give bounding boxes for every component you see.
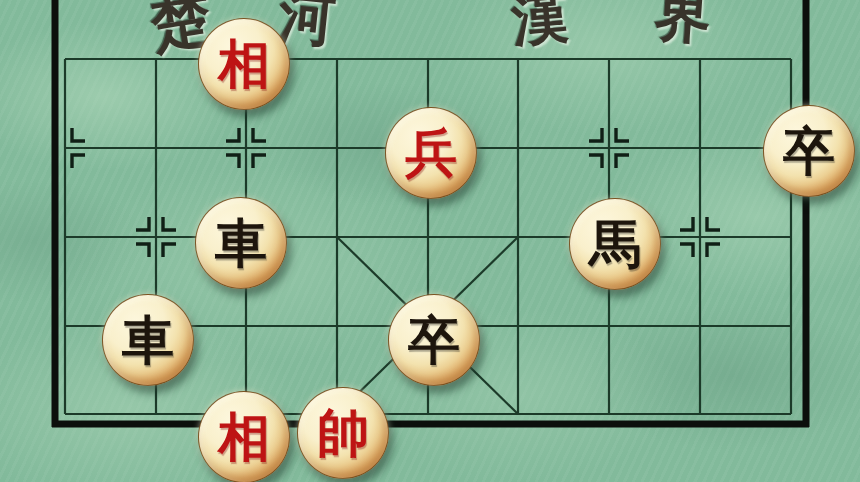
black-soldier-glyph: 卒	[408, 314, 460, 366]
black-soldier-glyph: 卒	[783, 125, 835, 177]
red-general-glyph: 帥	[317, 407, 369, 459]
point-marker-b3	[136, 244, 149, 257]
point-marker-g4	[589, 155, 602, 168]
point-marker-h3	[680, 244, 693, 257]
piece-red-soldier-e4[interactable]: 兵	[385, 107, 477, 199]
point-marker-h3	[680, 217, 693, 230]
point-marker-h3	[707, 217, 720, 230]
piece-black-soldier-i4[interactable]: 卒	[763, 105, 855, 197]
red-soldier-glyph: 兵	[405, 127, 457, 179]
point-marker-b3	[163, 217, 176, 230]
xiangqi-board: 楚河漢界相兵卒車馬車卒相帥	[0, 0, 860, 482]
river-char-jie: 界	[653, 0, 713, 46]
piece-black-horse-g3[interactable]: 馬	[569, 198, 661, 290]
piece-black-soldier-e2[interactable]: 卒	[388, 294, 480, 386]
river-char-han: 漢	[510, 0, 571, 48]
point-marker-b3	[136, 217, 149, 230]
point-marker-c4	[253, 155, 266, 168]
point-marker-c4	[226, 155, 239, 168]
black-chariot-glyph: 車	[122, 314, 174, 366]
river-char-he: 河	[276, 0, 338, 49]
point-marker-a4	[72, 128, 85, 141]
point-marker-h3	[707, 244, 720, 257]
black-chariot-glyph: 車	[215, 217, 267, 269]
black-horse-glyph: 馬	[589, 218, 641, 270]
point-marker-g4	[616, 128, 629, 141]
piece-red-elephant-c5[interactable]: 相	[198, 18, 290, 110]
point-marker-g4	[616, 155, 629, 168]
point-marker-c4	[226, 128, 239, 141]
piece-red-elephant-c1[interactable]: 相	[198, 391, 290, 482]
point-marker-b3	[163, 244, 176, 257]
point-marker-g4	[589, 128, 602, 141]
point-marker-c4	[253, 128, 266, 141]
point-marker-a4	[72, 155, 85, 168]
piece-red-general-d1[interactable]: 帥	[297, 387, 389, 479]
red-elephant-glyph: 相	[218, 411, 270, 463]
piece-black-chariot-c3[interactable]: 車	[195, 197, 287, 289]
piece-black-chariot-b2[interactable]: 車	[102, 294, 194, 386]
board-grid	[0, 0, 860, 482]
red-elephant-glyph: 相	[218, 38, 270, 90]
